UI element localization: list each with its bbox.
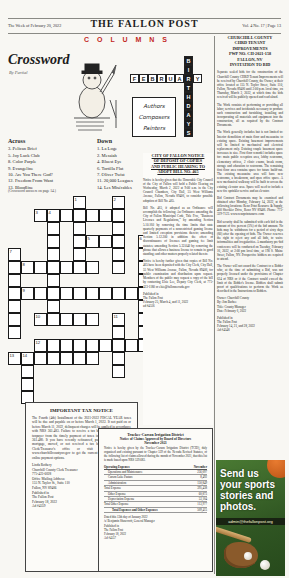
bid-published-line: Ad #4548 [217,328,283,332]
grid-cell[interactable] [73,222,86,235]
bid-paragraph: Bid Contract Documents may be examined a… [217,196,283,217]
grid-cell[interactable] [60,209,73,222]
newspaper-page: The Week of February 20, 2022 THE FALLON… [0,0,289,578]
grid-void [125,365,138,378]
grid-cell[interactable]: 5 [86,235,99,248]
grid-cell[interactable] [47,300,60,313]
tcid-row-value: 8,492 [200,475,207,479]
fallon-paragraph: Notice is hereby further given that copi… [143,259,213,288]
grid-cell[interactable] [47,274,60,287]
grid-cell[interactable] [112,352,125,365]
grid-cell[interactable] [47,248,60,261]
grid-cell[interactable]: 3 [34,209,47,222]
grid-void [99,378,112,391]
grid-void [47,365,60,378]
grid-void [60,378,73,391]
tcid-row-label: Carson Lake Pasture [104,475,133,479]
tcid-signature: Dated this 13th day of January 2022/s/ B… [104,515,207,540]
grid-cell[interactable] [8,261,21,274]
grid-void [34,235,47,248]
grid-cell[interactable] [73,209,86,222]
tcid-row-value: 509,415 [197,508,207,512]
birthdays-letter-cell: T [184,83,193,92]
grid-void [34,274,47,287]
february-letter-cell: A [175,74,184,83]
grid-cell[interactable] [86,339,99,352]
birthdays-letter-cell: H [184,92,193,101]
tcid-row-label: Total Other Expense [104,502,129,506]
grid-void [60,222,73,235]
tcid-month: November 2021 [104,441,207,445]
grid-void [47,196,60,209]
grid-void [8,391,21,404]
grid-void [34,326,47,339]
grid-void [112,274,125,287]
grid-void [125,209,138,222]
grid-void [125,352,138,365]
tcid-row-value: 150,849 [197,481,207,485]
ad-headline-line: stories and [220,490,275,501]
february-letter-cell: U [166,74,175,83]
bid-notice-title: CHURCHILL COUNTYCHRD TENANT IMPROVEMENTS… [217,35,283,67]
theme-word: Authors [133,101,175,112]
grid-cell[interactable] [86,352,99,365]
sports-stories-ad[interactable]: Send usyour sportsstories andphotos. adm… [216,460,285,576]
grid-cell[interactable] [99,339,112,352]
february-letter-cell: F [130,74,139,83]
grid-cell[interactable] [112,261,125,274]
grid-void [125,261,138,274]
bid-published-block: Published inThe Fallon PostFebruary 14, … [217,316,283,333]
grid-cell[interactable] [34,287,47,300]
grid-void [34,365,47,378]
grid-void [125,235,138,248]
clue-number: 3 [36,210,38,215]
grid-void [21,300,34,313]
grid-cell[interactable]: 1 [73,196,86,209]
grid-void [99,248,112,261]
grid-cell[interactable] [112,326,125,339]
grid-void [21,313,34,326]
grid-cell[interactable] [125,339,138,352]
fallon-notice-published: Published inThe Fallon PostFebruary 25, … [143,292,213,309]
grid-cell[interactable] [73,261,86,274]
grid-void [86,326,99,339]
grid-cell[interactable] [112,339,125,352]
clue-number: 11 [114,314,118,319]
grid-void [125,378,138,391]
tcid-row-value: 395,438 [197,486,207,490]
grid-void [99,261,112,274]
grid-cell[interactable] [86,261,99,274]
grid-void [8,196,21,209]
theme-box: AuthorsComposersPainters [132,97,176,137]
grid-cell[interactable] [112,209,125,222]
grid-cell[interactable] [47,313,60,326]
birthdays-letter-cell: S [184,128,193,137]
grid-cell[interactable] [47,352,60,365]
grid-void [99,352,112,365]
grid-void [34,378,47,391]
grid-cell[interactable] [8,313,21,326]
theme-word: Painters [133,123,175,134]
bid-title-line: CHRD TENANT IMPROVEMENTS [217,40,283,51]
bid-paragraph: The Owner will not award the Contract to… [217,264,283,293]
grid-cell[interactable] [112,287,125,300]
column-rule [214,36,215,574]
grid-void [8,222,21,235]
grid-void [21,248,34,261]
down-header: Down [97,138,143,144]
grid-cell[interactable]: 7 [8,248,21,261]
crossword-byline: By Partial [9,70,28,75]
grid-void [86,274,99,287]
grid-void [99,313,112,326]
grid-void [99,300,112,313]
february-letter-cell: R [157,74,166,83]
grid-cell[interactable] [21,365,34,378]
grid-cell[interactable]: 12 [34,339,47,352]
tcid-row-label: Other Expense [104,492,126,496]
grid-cell[interactable] [34,352,47,365]
fallon-paragraph: Bill No. 465, if adopted as an Ordinance… [143,206,213,256]
ad-headline-line: Send us [220,468,275,479]
grid-void [60,300,73,313]
grid-void [60,326,73,339]
fallon-paragraph: Notice is hereby given that the Honorabl… [143,178,213,203]
bid-owner-block: Owner: Churchill CountyBy: Jim BarbeeTit… [217,296,283,313]
tcid-row-value: 60,873 [199,492,207,496]
grid-cell[interactable] [112,235,125,248]
theme-word: Composers [133,112,175,123]
tcid-notice: Truckee-Carson Irrigation District Notic… [98,428,213,572]
grid-void [21,222,34,235]
grid-void [60,274,73,287]
grid-cell[interactable] [47,339,60,352]
grid-cell[interactable]: 14 [21,352,34,365]
tcid-row-label: Total Expenses and Other Expenses [104,508,158,512]
fallon-notice-title: CITY OF FALLON NOTICEOF DEPOSIT OF COPIE… [143,153,213,175]
february-letter-cell: Y [193,74,202,83]
grid-cell[interactable] [60,287,73,300]
answers-note: (Crossword answers on page 14.) [8,189,56,193]
grid-void [8,339,21,352]
grid-cell[interactable]: 8 [21,261,34,274]
tcid-row-value: 113,977 [197,502,207,506]
birthdays-letter-cell: D [184,101,193,110]
fallon-title-line: ADOPT BILL NO. 465 [143,169,213,174]
grid-cell[interactable] [21,378,34,391]
grid-void [47,326,60,339]
fallon-published-line: ad #4556 [143,304,213,308]
birthdays-letter-cell: Y [184,119,193,128]
grid-cell[interactable] [112,248,125,261]
tcid-signature-line: Ad #4557 [104,536,207,540]
grid-cell[interactable]: 4 [47,209,60,222]
grid-void [21,326,34,339]
grid-cell[interactable] [47,261,60,274]
bid-owner-line: Date: February 6, 2022 [217,309,283,313]
grid-void [34,196,47,209]
grid-cell[interactable] [8,326,21,339]
february-letter-cell: B [148,74,157,83]
grid-void [34,300,47,313]
grid-void [60,235,73,248]
grid-cell[interactable] [34,261,47,274]
grid-cell[interactable]: 2 [112,196,125,209]
grid-cell[interactable] [73,235,86,248]
grid-void [60,248,73,261]
bid-notice-body: Separate sealed bids for the constructio… [217,70,283,293]
grid-cell[interactable] [73,352,86,365]
ad-headline-line: photos. [220,501,275,512]
ad-headline: Send usyour sportsstories andphotos. [220,468,275,512]
grid-cell[interactable] [73,248,86,261]
grid-void [125,222,138,235]
tcid-row-label: Total Expense [104,486,121,490]
grid-void [47,378,60,391]
down-clues: Down 1. La Loge2. Messiah4. Bluest Eye6.… [97,138,143,191]
grid-void [8,235,21,248]
crossword-grid[interactable]: 1234567891011121314 [8,196,151,404]
section-label: C O L U M N S [84,36,170,43]
tcid-claims-table: Operating ExpensesNovemberOperations and… [104,465,207,514]
grid-void [21,196,34,209]
grid-void [86,196,99,209]
bid-paragraph: Separate sealed bids for the constructio… [217,70,283,99]
header-rule-bottom [8,33,281,34]
grid-void [125,313,138,326]
birthdays-letter-cell: R [184,74,193,83]
birthdays-letter-cell: A [184,110,193,119]
tax-notice-title: IMPORTANT TAX NOTICE [32,408,131,413]
baseball-icon [260,560,270,570]
birthdays-letter-cell: I [184,65,193,74]
tcid-row-value: 53,104 [199,497,207,501]
grid-cell[interactable] [47,287,60,300]
grid-void [86,378,99,391]
grid-void [99,274,112,287]
grid-void [60,196,73,209]
down-clue: 14. Les Misérables [97,185,143,191]
grid-cell[interactable]: 13 [8,352,21,365]
grid-void [8,378,21,391]
tcid-row-label: Depreciation Expense [104,497,134,501]
grid-cell[interactable] [112,365,125,378]
bid-title-line: INVITATION TO BID [217,62,283,67]
grid-cell[interactable] [8,300,21,313]
grid-void [86,248,99,261]
grid-void [73,326,86,339]
grid-void [86,365,99,378]
grid-void [99,365,112,378]
clue-number: 13 [10,353,15,358]
grid-cell[interactable] [60,352,73,365]
grid-cell[interactable] [8,274,21,287]
grid-cell[interactable] [86,287,99,300]
clue-number: 4 [49,210,51,215]
grid-void [112,300,125,313]
header-volume: Vol. 4 No. 17 | Page 13 [242,23,281,28]
bid-paragraph: The Work consists of performing or provi… [217,103,283,128]
clue-number: 12 [36,340,41,345]
grid-void [125,248,138,261]
grid-void [125,196,138,209]
fallon-notice-body: Notice is hereby given that the Honorabl… [143,178,213,289]
clue-number: 14 [23,353,28,358]
ad-email[interactable]: admin@thefallonpost.org [216,518,285,525]
grid-void [99,196,112,209]
across-header: Across [8,138,96,144]
clue-number: 6 [140,236,142,241]
grid-cell[interactable] [8,287,21,300]
grid-void [112,378,125,391]
grid-void [99,222,112,235]
grid-void [73,274,86,287]
grid-void [73,365,86,378]
ad-headline-line: your sports [220,479,275,490]
grid-cell[interactable] [47,222,60,235]
grid-cell[interactable]: 11 [112,313,125,326]
clue-number: 8 [23,262,25,267]
grid-void [21,235,34,248]
grid-cell[interactable] [60,339,73,352]
tcid-intro: Notice is hereby given by the Truckee-Ca… [104,447,207,463]
bid-notice: CHURCHILL COUNTYCHRD TENANT IMPROVEMENTS… [217,35,283,336]
grid-cell[interactable] [99,209,112,222]
grid-void [125,300,138,313]
grid-cell[interactable] [86,313,99,326]
clue-number: 2 [114,197,116,202]
tcid-row-label: Operations and Maintenance [104,470,143,474]
grid-void [125,274,138,287]
grid-cell[interactable]: 10 [34,313,47,326]
birthdays-letter-cell: B [184,56,193,65]
clue-number: 7 [10,249,12,254]
grid-void [34,248,47,261]
tcid-row-value: 236,097 [197,470,207,474]
grid-void [86,300,99,313]
clue-number: 5 [88,236,90,241]
fallon-notice: CITY OF FALLON NOTICEOF DEPOSIT OF COPIE… [143,153,213,425]
grid-cell[interactable] [60,313,73,326]
clue-number: 9 [23,288,25,293]
tcid-row-label: Administration [104,481,126,485]
grid-void [73,300,86,313]
grid-cell[interactable] [60,261,73,274]
bid-paragraph: The Work generally includes but is not l… [217,130,283,192]
baseball-glove-icon [224,542,258,568]
tcid-table-row: Total Expenses and Other Expenses509,415 [104,508,207,513]
grid-cell[interactable] [86,209,99,222]
grid-cell[interactable] [73,339,86,352]
grid-void [21,274,34,287]
grid-cell[interactable]: 9 [21,287,34,300]
grid-void [125,326,138,339]
grid-cell[interactable] [47,235,60,248]
grid-void [60,365,73,378]
grid-void [21,209,34,222]
grid-cell[interactable] [73,287,86,300]
writer-mascot-illustration [52,56,130,138]
baseball-icon [244,552,252,560]
clue-number: 1 [75,197,77,202]
clue-number: 10 [36,314,41,319]
grid-cell[interactable] [73,313,86,326]
grid-cell[interactable] [99,287,112,300]
grid-void [99,326,112,339]
grid-cell[interactable] [112,222,125,235]
grid-void [34,222,47,235]
across-clues: Across 3. Pelican Brief5. Joy Luck Club8… [8,138,96,191]
grid-void [8,365,21,378]
grid-cell[interactable] [125,287,138,300]
grid-void [21,339,34,352]
grid-void [8,209,21,222]
grid-void [86,222,99,235]
grid-void [73,378,86,391]
february-letter-cell: E [139,74,148,83]
grid-cell[interactable] [99,235,112,248]
baseball-bat-icon [216,526,252,543]
bid-paragraph: Bid security shall be submitted with eac… [217,220,283,262]
